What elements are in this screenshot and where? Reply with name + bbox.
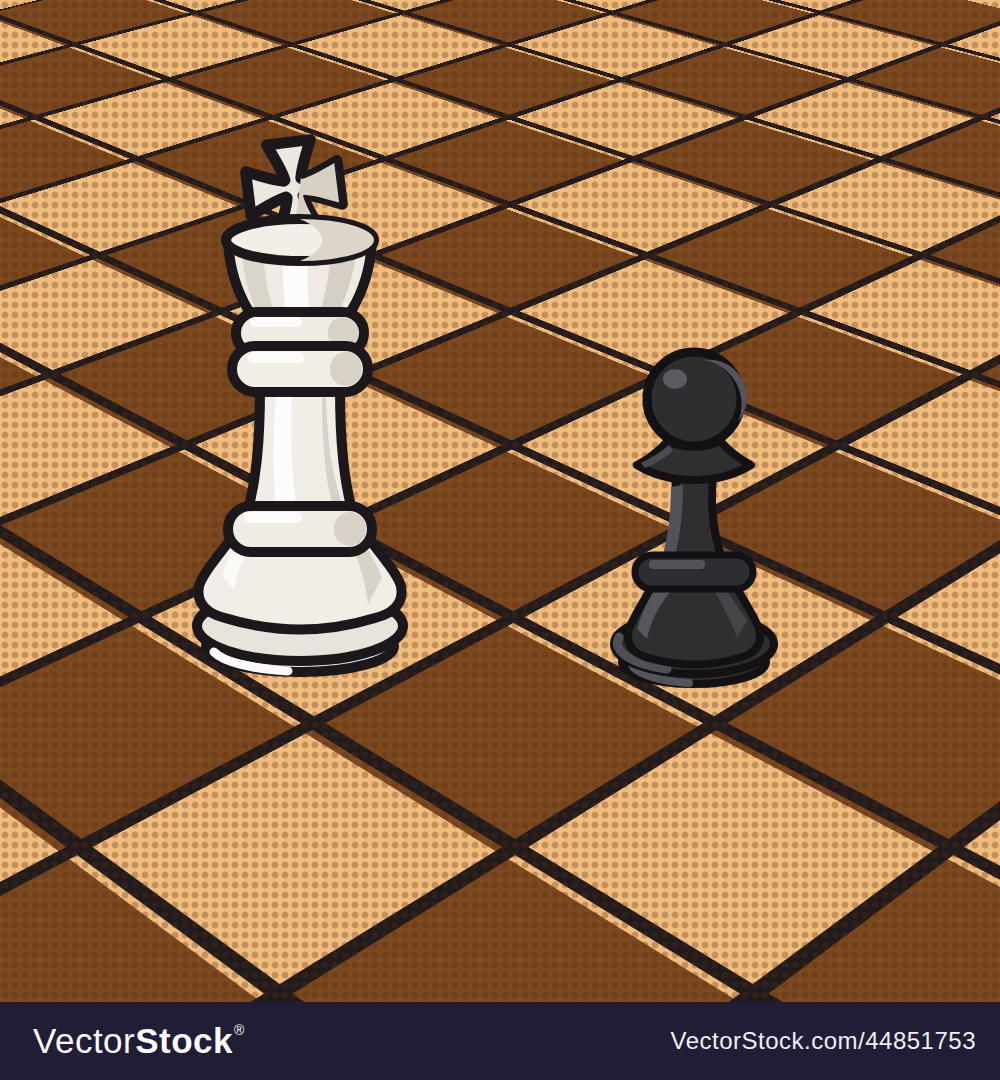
white-king-drawing: [180, 126, 420, 686]
chessboard: [0, 0, 1000, 623]
black-pawn-drawing: [605, 345, 790, 700]
logo-vector: Vector: [33, 1021, 135, 1060]
vectorstock-logo: VectorStock®: [33, 1021, 245, 1061]
white-king-piece: ♔: [180, 126, 420, 686]
pop-art-chess-artwork: ♔: [0, 0, 1000, 1080]
board-scene: [0, 0, 1000, 1080]
registered-mark: ®: [234, 1022, 245, 1038]
vectorstock-url[interactable]: VectorStock.com/44851753: [670, 1027, 976, 1055]
logo-stock: Stock: [135, 1021, 233, 1060]
black-pawn-piece: ♟: [605, 345, 790, 700]
watermark-bar: VectorStock® VectorStock.com/44851753: [0, 1002, 1000, 1080]
